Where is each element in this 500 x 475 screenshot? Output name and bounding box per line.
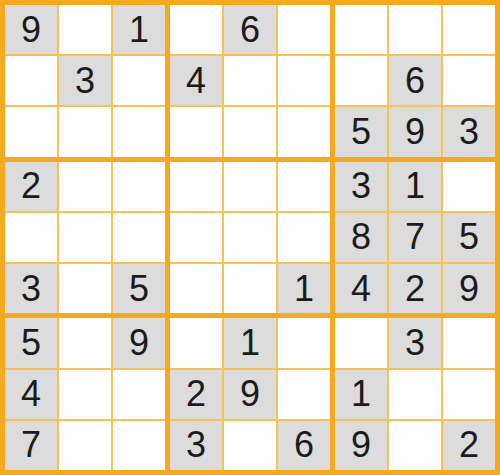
- cell-r4c6[interactable]: [278, 162, 330, 211]
- cell-r1c3[interactable]: 1: [113, 5, 165, 54]
- cell-r8c9[interactable]: [443, 370, 495, 419]
- cell-r4c8[interactable]: 1: [389, 162, 441, 211]
- cell-r9c9[interactable]: 2: [443, 421, 495, 470]
- cell-r9c2[interactable]: [59, 421, 111, 470]
- cell-r4c2[interactable]: [59, 162, 111, 211]
- cell-r9c1[interactable]: 7: [5, 421, 57, 470]
- cell-r5c3[interactable]: [113, 213, 165, 262]
- cell-r6c8[interactable]: 2: [389, 264, 441, 313]
- cell-r5c5[interactable]: [224, 213, 276, 262]
- cell-r2c3[interactable]: [113, 56, 165, 105]
- cell-r6c5[interactable]: [224, 264, 276, 313]
- sudoku-board: 9163465932318753514295913429173692: [0, 0, 500, 475]
- cell-r5c8[interactable]: 7: [389, 213, 441, 262]
- cell-r2c6[interactable]: [278, 56, 330, 105]
- cell-r5c1[interactable]: [5, 213, 57, 262]
- cell-r7c9[interactable]: [443, 318, 495, 367]
- cell-r4c3[interactable]: [113, 162, 165, 211]
- cell-r3c6[interactable]: [278, 107, 330, 156]
- cell-r1c7[interactable]: [335, 5, 387, 54]
- cell-r9c3[interactable]: [113, 421, 165, 470]
- cell-r6c2[interactable]: [59, 264, 111, 313]
- cell-r7c8[interactable]: 3: [389, 318, 441, 367]
- cell-r1c5[interactable]: 6: [224, 5, 276, 54]
- cell-r3c2[interactable]: [59, 107, 111, 156]
- cell-r7c3[interactable]: 9: [113, 318, 165, 367]
- cell-r8c4[interactable]: 2: [170, 370, 222, 419]
- cell-r3c3[interactable]: [113, 107, 165, 156]
- cell-r5c9[interactable]: 5: [443, 213, 495, 262]
- cell-r7c6[interactable]: [278, 318, 330, 367]
- cell-r6c6[interactable]: 1: [278, 264, 330, 313]
- cell-r3c8[interactable]: 9: [389, 107, 441, 156]
- cell-r1c9[interactable]: [443, 5, 495, 54]
- cell-r8c2[interactable]: [59, 370, 111, 419]
- cell-r2c1[interactable]: [5, 56, 57, 105]
- cell-r8c5[interactable]: 9: [224, 370, 276, 419]
- cell-r5c2[interactable]: [59, 213, 111, 262]
- cell-r6c1[interactable]: 3: [5, 264, 57, 313]
- cell-r2c4[interactable]: 4: [170, 56, 222, 105]
- cell-r9c4[interactable]: 3: [170, 421, 222, 470]
- cell-r5c6[interactable]: [278, 213, 330, 262]
- cell-r3c7[interactable]: 5: [335, 107, 387, 156]
- cell-r4c4[interactable]: [170, 162, 222, 211]
- cell-r7c4[interactable]: [170, 318, 222, 367]
- cell-r7c2[interactable]: [59, 318, 111, 367]
- cell-r3c1[interactable]: [5, 107, 57, 156]
- cell-r3c9[interactable]: 3: [443, 107, 495, 156]
- cell-r7c7[interactable]: [335, 318, 387, 367]
- cell-r3c4[interactable]: [170, 107, 222, 156]
- cell-r2c5[interactable]: [224, 56, 276, 105]
- cell-r6c4[interactable]: [170, 264, 222, 313]
- cell-r8c3[interactable]: [113, 370, 165, 419]
- cell-r7c5[interactable]: 1: [224, 318, 276, 367]
- cell-r8c1[interactable]: 4: [5, 370, 57, 419]
- cell-r5c7[interactable]: 8: [335, 213, 387, 262]
- cell-r8c7[interactable]: 1: [335, 370, 387, 419]
- cell-r9c8[interactable]: [389, 421, 441, 470]
- cell-r2c7[interactable]: [335, 56, 387, 105]
- cell-r1c6[interactable]: [278, 5, 330, 54]
- cell-r4c7[interactable]: 3: [335, 162, 387, 211]
- cell-r2c2[interactable]: 3: [59, 56, 111, 105]
- cell-r4c1[interactable]: 2: [5, 162, 57, 211]
- cell-r1c4[interactable]: [170, 5, 222, 54]
- cell-r8c6[interactable]: [278, 370, 330, 419]
- cell-r2c9[interactable]: [443, 56, 495, 105]
- cell-r6c7[interactable]: 4: [335, 264, 387, 313]
- cell-r1c8[interactable]: [389, 5, 441, 54]
- cell-r9c6[interactable]: 6: [278, 421, 330, 470]
- cell-r4c5[interactable]: [224, 162, 276, 211]
- cell-r6c9[interactable]: 9: [443, 264, 495, 313]
- cell-r1c2[interactable]: [59, 5, 111, 54]
- cell-r9c7[interactable]: 9: [335, 421, 387, 470]
- cell-r8c8[interactable]: [389, 370, 441, 419]
- cell-r5c4[interactable]: [170, 213, 222, 262]
- cell-r6c3[interactable]: 5: [113, 264, 165, 313]
- cell-r9c5[interactable]: [224, 421, 276, 470]
- cell-r7c1[interactable]: 5: [5, 318, 57, 367]
- cell-r1c1[interactable]: 9: [5, 5, 57, 54]
- cell-r3c5[interactable]: [224, 107, 276, 156]
- cell-r4c9[interactable]: [443, 162, 495, 211]
- cell-r2c8[interactable]: 6: [389, 56, 441, 105]
